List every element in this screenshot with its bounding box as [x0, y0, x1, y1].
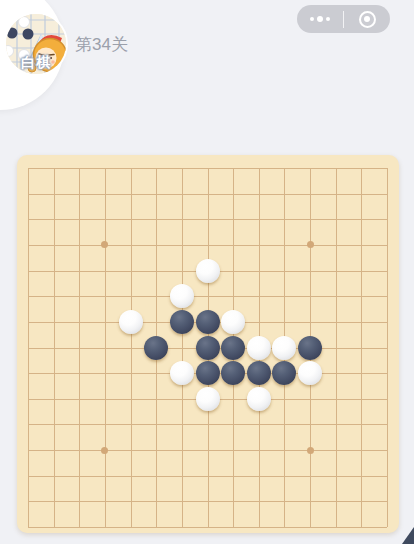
white-stone	[170, 361, 194, 385]
grid-line	[361, 168, 362, 527]
white-stone	[247, 336, 271, 360]
white-stone	[196, 259, 220, 283]
corner-fold-decoration	[402, 527, 414, 544]
white-stone	[119, 310, 143, 334]
black-stone	[221, 336, 245, 360]
black-stone	[247, 361, 271, 385]
player-avatar: 白棋	[4, 12, 68, 76]
grid-line	[28, 450, 387, 451]
white-stone	[196, 387, 220, 411]
exit-circle-icon	[359, 11, 376, 28]
white-stone	[221, 310, 245, 334]
grid-line	[336, 168, 337, 527]
black-stone	[144, 336, 168, 360]
exit-button[interactable]	[344, 5, 390, 33]
grid-line	[28, 424, 387, 425]
miniprogram-capsule	[297, 5, 390, 33]
grid-line	[387, 168, 388, 527]
black-stone	[272, 361, 296, 385]
more-dots-icon	[310, 16, 330, 22]
star-point	[101, 447, 108, 454]
grid-line	[28, 476, 387, 477]
black-stone	[298, 336, 322, 360]
grid-line	[28, 501, 387, 502]
white-stone	[170, 284, 194, 308]
star-point	[101, 241, 108, 248]
white-stone	[272, 336, 296, 360]
more-button[interactable]	[297, 5, 343, 33]
level-label: 第34关	[75, 36, 128, 53]
black-stone	[196, 310, 220, 334]
white-stone	[247, 387, 271, 411]
black-stone	[196, 361, 220, 385]
white-stone	[298, 361, 322, 385]
black-stone	[221, 361, 245, 385]
star-point	[307, 447, 314, 454]
grid-line	[28, 527, 387, 528]
star-point	[307, 241, 314, 248]
board-lines	[28, 168, 387, 527]
gomoku-board[interactable]	[17, 155, 399, 533]
black-stone	[170, 310, 194, 334]
black-stone	[196, 336, 220, 360]
